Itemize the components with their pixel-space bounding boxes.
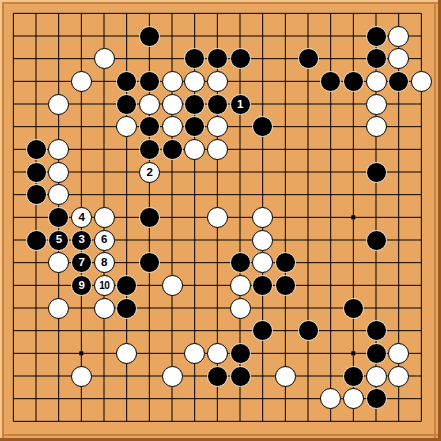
board-point xyxy=(410,161,433,184)
board-point xyxy=(365,297,388,320)
board-point: 6 xyxy=(93,229,116,252)
board-point xyxy=(320,387,343,410)
board-point xyxy=(116,116,139,139)
board-point xyxy=(387,320,410,343)
board-point: 2 xyxy=(138,161,161,184)
board-point xyxy=(297,342,320,365)
board-point xyxy=(342,274,365,297)
white-stone xyxy=(207,116,228,137)
board-point xyxy=(410,116,433,139)
black-stone-move-5: 5 xyxy=(48,230,69,251)
board-point xyxy=(184,161,207,184)
board-point xyxy=(138,25,161,48)
board-point xyxy=(365,25,388,48)
board-point xyxy=(206,25,229,48)
board-point xyxy=(161,138,184,161)
board-point xyxy=(206,48,229,71)
board-point xyxy=(274,274,297,297)
board-point xyxy=(184,206,207,229)
board-point xyxy=(184,93,207,116)
board-point xyxy=(2,25,25,48)
board-point xyxy=(274,93,297,116)
board-point xyxy=(161,70,184,93)
board-point xyxy=(297,365,320,388)
board-point xyxy=(48,2,71,25)
board-point xyxy=(342,387,365,410)
board-point xyxy=(297,387,320,410)
board-point xyxy=(320,297,343,320)
board-point xyxy=(138,365,161,388)
board-point xyxy=(116,342,139,365)
board-point xyxy=(48,48,71,71)
board-point xyxy=(297,184,320,207)
board-point xyxy=(2,387,25,410)
board-point xyxy=(161,297,184,320)
black-stone xyxy=(26,184,47,205)
board-point xyxy=(342,206,365,229)
board-point xyxy=(184,2,207,25)
board-point xyxy=(93,365,116,388)
black-stone-move-9: 9 xyxy=(71,275,92,296)
board-point xyxy=(206,206,229,229)
board-point xyxy=(274,252,297,275)
board-point xyxy=(297,229,320,252)
black-stone xyxy=(48,207,69,228)
board-point xyxy=(138,48,161,71)
board-point xyxy=(252,206,275,229)
board-point xyxy=(25,342,48,365)
board-point xyxy=(229,229,252,252)
board-point xyxy=(365,320,388,343)
white-stone xyxy=(252,230,273,251)
board-point xyxy=(70,161,93,184)
black-stone xyxy=(207,366,228,387)
board-point xyxy=(2,116,25,139)
board-point xyxy=(410,320,433,343)
white-stone-move-8: 8 xyxy=(94,252,115,273)
white-stone xyxy=(48,252,69,273)
board-point xyxy=(206,229,229,252)
board-point xyxy=(2,342,25,365)
board-point xyxy=(206,274,229,297)
white-stone xyxy=(343,388,364,409)
board-point xyxy=(184,297,207,320)
board-point xyxy=(410,70,433,93)
black-stone xyxy=(366,162,387,183)
black-stone xyxy=(343,366,364,387)
board-point xyxy=(2,365,25,388)
board-point xyxy=(116,229,139,252)
black-stone xyxy=(139,207,160,228)
board-point xyxy=(25,25,48,48)
white-stone-move-10: 10 xyxy=(94,275,115,296)
white-stone xyxy=(388,343,409,364)
black-stone xyxy=(139,116,160,137)
board-point xyxy=(252,70,275,93)
black-stone xyxy=(26,162,47,183)
board-point: 7 xyxy=(70,252,93,275)
black-stone xyxy=(230,343,251,364)
board-point xyxy=(252,116,275,139)
board-point xyxy=(387,365,410,388)
board-point xyxy=(25,252,48,275)
black-stone xyxy=(298,320,319,341)
board-point xyxy=(410,229,433,252)
board-point xyxy=(206,320,229,343)
board-point xyxy=(365,206,388,229)
board-point xyxy=(48,297,71,320)
board-point xyxy=(93,410,116,433)
white-stone xyxy=(184,343,205,364)
white-stone xyxy=(388,26,409,47)
board-point xyxy=(274,342,297,365)
board-point xyxy=(116,365,139,388)
board-point xyxy=(206,161,229,184)
board-point xyxy=(138,387,161,410)
board-point xyxy=(2,2,25,25)
board-point xyxy=(365,387,388,410)
black-stone xyxy=(116,71,137,92)
board-point xyxy=(410,2,433,25)
board-point xyxy=(342,252,365,275)
black-stone xyxy=(320,71,341,92)
board-point xyxy=(25,93,48,116)
white-stone xyxy=(207,343,228,364)
board-point xyxy=(48,365,71,388)
board-point xyxy=(410,410,433,433)
board-point xyxy=(387,48,410,71)
board-point xyxy=(274,229,297,252)
white-stone xyxy=(230,275,251,296)
white-stone xyxy=(207,139,228,160)
board-point xyxy=(387,116,410,139)
board-point xyxy=(320,229,343,252)
board-point xyxy=(138,184,161,207)
board-point xyxy=(70,138,93,161)
board-point xyxy=(25,184,48,207)
board-point xyxy=(93,161,116,184)
board-point xyxy=(229,274,252,297)
board-point xyxy=(25,138,48,161)
black-stone-move-3: 3 xyxy=(71,230,92,251)
board-point xyxy=(274,25,297,48)
board-point xyxy=(161,48,184,71)
board-point xyxy=(342,2,365,25)
board-point xyxy=(229,184,252,207)
board-point xyxy=(161,410,184,433)
board-point xyxy=(365,70,388,93)
board-point xyxy=(320,410,343,433)
board-point xyxy=(48,342,71,365)
board-point xyxy=(70,387,93,410)
white-stone xyxy=(162,366,183,387)
board-point xyxy=(2,70,25,93)
board-point xyxy=(2,252,25,275)
board-point xyxy=(252,297,275,320)
black-stone xyxy=(139,71,160,92)
board-point xyxy=(25,387,48,410)
board-point xyxy=(25,365,48,388)
white-stone xyxy=(252,252,273,273)
board-point xyxy=(410,184,433,207)
go-board-grid: 12453678910 xyxy=(2,2,432,432)
board-point xyxy=(410,387,433,410)
board-point xyxy=(25,274,48,297)
board-point xyxy=(410,274,433,297)
board-point xyxy=(206,70,229,93)
black-stone xyxy=(116,94,137,115)
board-point xyxy=(297,206,320,229)
board-point xyxy=(25,70,48,93)
black-stone xyxy=(343,71,364,92)
board-point: 9 xyxy=(70,274,93,297)
board-point xyxy=(70,365,93,388)
board-point xyxy=(320,365,343,388)
board-point xyxy=(410,138,433,161)
board-point xyxy=(365,48,388,71)
board-point xyxy=(274,138,297,161)
white-stone xyxy=(48,162,69,183)
board-point xyxy=(206,116,229,139)
white-stone xyxy=(48,298,69,319)
board-point xyxy=(252,184,275,207)
black-stone xyxy=(366,343,387,364)
board-point xyxy=(342,138,365,161)
white-stone xyxy=(94,207,115,228)
board-point xyxy=(274,161,297,184)
board-point xyxy=(116,48,139,71)
board-point xyxy=(93,297,116,320)
board-point: 5 xyxy=(48,229,71,252)
board-point xyxy=(184,229,207,252)
board-point xyxy=(25,297,48,320)
white-stone xyxy=(116,343,137,364)
board-point xyxy=(365,365,388,388)
board-point xyxy=(184,387,207,410)
board-point xyxy=(252,365,275,388)
board-point xyxy=(138,274,161,297)
board-point xyxy=(48,410,71,433)
white-stone-move-4: 4 xyxy=(71,207,92,228)
board-point xyxy=(320,138,343,161)
white-stone xyxy=(411,71,432,92)
board-point xyxy=(184,342,207,365)
board-point xyxy=(320,25,343,48)
board-point xyxy=(161,320,184,343)
white-stone xyxy=(320,388,341,409)
board-point xyxy=(252,229,275,252)
board-point xyxy=(297,410,320,433)
go-diagram: 12453678910 xyxy=(0,0,441,441)
board-point xyxy=(70,93,93,116)
board-point xyxy=(274,70,297,93)
board-point xyxy=(274,48,297,71)
black-stone xyxy=(366,26,387,47)
board-point xyxy=(2,410,25,433)
board-point xyxy=(252,25,275,48)
board-point xyxy=(297,93,320,116)
black-stone xyxy=(162,139,183,160)
white-stone-move-2: 2 xyxy=(139,162,160,183)
white-stone xyxy=(116,116,137,137)
board-point xyxy=(365,342,388,365)
board-point xyxy=(93,93,116,116)
board-point xyxy=(342,70,365,93)
board-point xyxy=(297,116,320,139)
board-point xyxy=(320,48,343,71)
board-point xyxy=(161,25,184,48)
board-point xyxy=(48,70,71,93)
board-point xyxy=(229,161,252,184)
board-point xyxy=(184,365,207,388)
black-stone xyxy=(230,366,251,387)
black-stone xyxy=(139,26,160,47)
black-stone xyxy=(116,298,137,319)
board-point xyxy=(274,387,297,410)
board-point xyxy=(138,252,161,275)
board-point xyxy=(48,274,71,297)
board-point xyxy=(70,25,93,48)
board-point xyxy=(229,48,252,71)
white-stone xyxy=(388,48,409,69)
board-point xyxy=(2,229,25,252)
board-point xyxy=(161,365,184,388)
board-point xyxy=(229,70,252,93)
board-point xyxy=(116,252,139,275)
black-stone xyxy=(343,298,364,319)
board-point xyxy=(161,274,184,297)
board-point xyxy=(365,274,388,297)
board-point xyxy=(48,138,71,161)
board-point xyxy=(48,161,71,184)
board-point xyxy=(70,70,93,93)
board-point: 3 xyxy=(70,229,93,252)
board-point xyxy=(206,138,229,161)
board-point xyxy=(342,320,365,343)
white-stone xyxy=(162,71,183,92)
board-point xyxy=(342,410,365,433)
board-point xyxy=(25,48,48,71)
white-stone xyxy=(275,366,296,387)
board-point xyxy=(48,93,71,116)
board-point xyxy=(410,206,433,229)
black-stone xyxy=(139,252,160,273)
board-point xyxy=(116,206,139,229)
board-point xyxy=(252,48,275,71)
board-point xyxy=(184,25,207,48)
white-stone xyxy=(388,366,409,387)
board-point xyxy=(229,297,252,320)
board-point xyxy=(252,342,275,365)
board-point xyxy=(25,161,48,184)
board-point xyxy=(342,342,365,365)
white-stone-move-6: 6 xyxy=(94,230,115,251)
board-point xyxy=(342,25,365,48)
board-point xyxy=(342,93,365,116)
board-point xyxy=(387,297,410,320)
white-stone xyxy=(48,94,69,115)
board-point xyxy=(297,274,320,297)
board-point xyxy=(252,274,275,297)
board-point xyxy=(387,387,410,410)
board-point: 1 xyxy=(229,93,252,116)
board-point xyxy=(410,25,433,48)
black-stone xyxy=(252,275,273,296)
board-point xyxy=(387,274,410,297)
board-point xyxy=(138,116,161,139)
board-point xyxy=(229,206,252,229)
board-point xyxy=(320,320,343,343)
board-point xyxy=(297,138,320,161)
white-stone xyxy=(366,366,387,387)
black-stone xyxy=(230,252,251,273)
board-point xyxy=(342,297,365,320)
board-point xyxy=(116,2,139,25)
board-point xyxy=(387,25,410,48)
board-point xyxy=(161,206,184,229)
white-stone xyxy=(207,207,228,228)
black-stone-move-1: 1 xyxy=(230,94,251,115)
board-point xyxy=(48,252,71,275)
board-point xyxy=(161,2,184,25)
board-point xyxy=(116,25,139,48)
board-point xyxy=(2,320,25,343)
board-point xyxy=(70,48,93,71)
board-point xyxy=(229,116,252,139)
board-point xyxy=(138,93,161,116)
board-point xyxy=(93,25,116,48)
board-point xyxy=(70,410,93,433)
black-stone-move-7: 7 xyxy=(71,252,92,273)
white-stone xyxy=(139,94,160,115)
board-point xyxy=(387,410,410,433)
board-point xyxy=(138,297,161,320)
board-point xyxy=(320,93,343,116)
white-stone xyxy=(366,94,387,115)
black-stone xyxy=(366,230,387,251)
board-point xyxy=(297,2,320,25)
board-point xyxy=(48,320,71,343)
board-point xyxy=(229,387,252,410)
board-point xyxy=(138,138,161,161)
black-stone xyxy=(230,48,251,69)
black-stone xyxy=(184,94,205,115)
board-point xyxy=(229,320,252,343)
board-point xyxy=(116,387,139,410)
board-point xyxy=(274,320,297,343)
board-point xyxy=(116,93,139,116)
board-point xyxy=(116,70,139,93)
black-stone xyxy=(252,320,273,341)
board-point xyxy=(274,410,297,433)
board-point xyxy=(387,206,410,229)
board-point xyxy=(93,320,116,343)
board-point xyxy=(365,229,388,252)
board-point xyxy=(93,184,116,207)
white-stone xyxy=(48,139,69,160)
board-point xyxy=(93,206,116,229)
board-point xyxy=(252,2,275,25)
black-stone xyxy=(26,139,47,160)
black-stone xyxy=(275,252,296,273)
board-point xyxy=(410,252,433,275)
board-point xyxy=(252,320,275,343)
board-point xyxy=(93,2,116,25)
board-point xyxy=(116,410,139,433)
board-point xyxy=(274,297,297,320)
board-point xyxy=(116,184,139,207)
black-stone xyxy=(116,275,137,296)
